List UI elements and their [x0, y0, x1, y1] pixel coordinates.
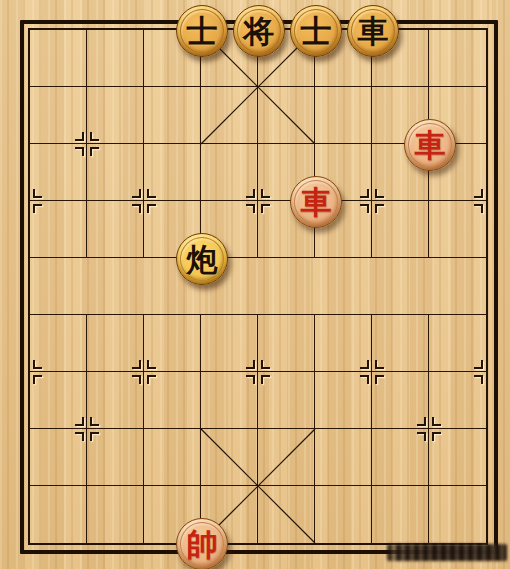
piece-character: 士	[301, 16, 332, 47]
piece-character: 帥	[187, 529, 218, 560]
piece-character: 車	[358, 16, 389, 47]
red-chariot-f7[interactable]: 車	[290, 176, 342, 228]
piece-character: 炮	[187, 244, 218, 275]
piece-character: 車	[301, 187, 332, 218]
red-general-d1[interactable]: 帥	[176, 518, 228, 569]
piece-character: 車	[415, 130, 446, 161]
piece-character: 将	[244, 16, 275, 47]
black-advisor-d10[interactable]: 士	[176, 5, 228, 57]
pieces-layer: 士将士車車車炮帥	[0, 0, 510, 569]
xiangqi-board: 士将士車車車炮帥	[0, 0, 510, 569]
black-cannon-d6[interactable]: 炮	[176, 233, 228, 285]
watermark-blur	[387, 544, 507, 561]
black-chariot-g10[interactable]: 車	[347, 5, 399, 57]
black-advisor-f10[interactable]: 士	[290, 5, 342, 57]
black-general-e10[interactable]: 将	[233, 5, 285, 57]
piece-character: 士	[187, 16, 218, 47]
red-chariot-h8[interactable]: 車	[404, 119, 456, 171]
